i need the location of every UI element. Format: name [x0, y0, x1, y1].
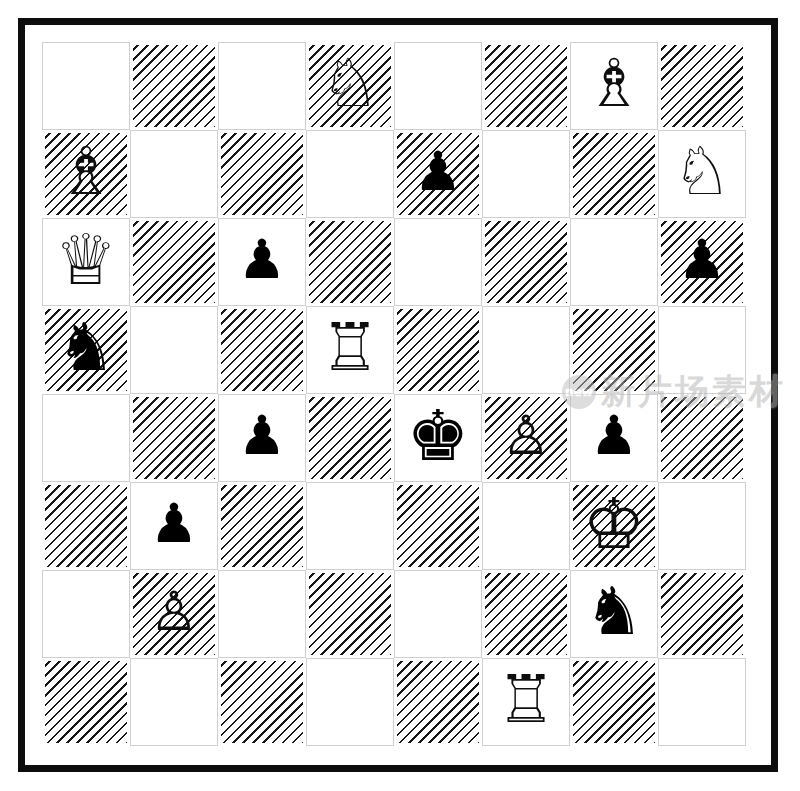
square-g4[interactable]: ♟	[570, 394, 658, 482]
square-h8[interactable]	[658, 42, 746, 130]
square-b1[interactable]	[130, 658, 218, 746]
square-b6[interactable]	[130, 218, 218, 306]
square-d3[interactable]	[306, 482, 394, 570]
square-e1[interactable]	[394, 658, 482, 746]
piece-black-king: ♚	[407, 401, 470, 471]
square-f7[interactable]	[482, 130, 570, 218]
square-f1[interactable]: ♖	[482, 658, 570, 746]
square-h1[interactable]	[658, 658, 746, 746]
chess-board: ♘♗♗♟♘♕♟♟♞♖♟♚♙♟♟♔♙♞♖	[42, 42, 746, 746]
square-e6[interactable]	[394, 218, 482, 306]
square-g6[interactable]	[570, 218, 658, 306]
piece-white-knight: ♘	[672, 139, 731, 205]
square-a6[interactable]: ♕	[42, 218, 130, 306]
square-f3[interactable]	[482, 482, 570, 570]
square-g3[interactable]: ♔	[570, 482, 658, 570]
square-h6[interactable]: ♟	[658, 218, 746, 306]
square-e5[interactable]	[394, 306, 482, 394]
piece-white-pawn: ♙	[502, 409, 550, 463]
square-g2[interactable]: ♞	[570, 570, 658, 658]
square-e2[interactable]	[394, 570, 482, 658]
square-e7[interactable]: ♟	[394, 130, 482, 218]
square-b8[interactable]	[130, 42, 218, 130]
square-c5[interactable]	[218, 306, 306, 394]
square-a4[interactable]	[42, 394, 130, 482]
piece-black-pawn: ♟	[150, 497, 198, 551]
square-h5[interactable]	[658, 306, 746, 394]
square-f5[interactable]	[482, 306, 570, 394]
piece-black-pawn: ♟	[238, 233, 286, 287]
piece-black-pawn: ♟	[590, 409, 638, 463]
piece-black-pawn: ♟	[414, 145, 462, 199]
square-f2[interactable]	[482, 570, 570, 658]
square-h2[interactable]	[658, 570, 746, 658]
square-a7[interactable]: ♗	[42, 130, 130, 218]
square-b7[interactable]	[130, 130, 218, 218]
square-a3[interactable]	[42, 482, 130, 570]
square-f8[interactable]	[482, 42, 570, 130]
piece-white-queen: ♕	[55, 225, 118, 295]
piece-white-pawn: ♙	[150, 585, 198, 639]
piece-white-rook: ♖	[496, 667, 555, 733]
square-d2[interactable]	[306, 570, 394, 658]
piece-black-pawn: ♟	[678, 233, 726, 287]
square-g5[interactable]	[570, 306, 658, 394]
square-c6[interactable]: ♟	[218, 218, 306, 306]
square-c3[interactable]	[218, 482, 306, 570]
square-c4[interactable]: ♟	[218, 394, 306, 482]
square-a2[interactable]	[42, 570, 130, 658]
square-c2[interactable]	[218, 570, 306, 658]
square-d4[interactable]	[306, 394, 394, 482]
square-e8[interactable]	[394, 42, 482, 130]
piece-white-bishop: ♗	[584, 51, 643, 117]
square-b5[interactable]	[130, 306, 218, 394]
square-c8[interactable]	[218, 42, 306, 130]
square-f4[interactable]: ♙	[482, 394, 570, 482]
piece-white-knight: ♘	[320, 51, 379, 117]
square-b4[interactable]	[130, 394, 218, 482]
square-g1[interactable]	[570, 658, 658, 746]
piece-white-king: ♔	[583, 489, 646, 559]
piece-white-rook: ♖	[320, 315, 379, 381]
square-h7[interactable]: ♘	[658, 130, 746, 218]
square-a8[interactable]	[42, 42, 130, 130]
square-b2[interactable]: ♙	[130, 570, 218, 658]
piece-black-pawn: ♟	[238, 409, 286, 463]
chess-diagram: ♘♗♗♟♘♕♟♟♞♖♟♚♙♟♟♔♙♞♖ new 新片场素材	[0, 0, 800, 791]
square-d8[interactable]: ♘	[306, 42, 394, 130]
square-d7[interactable]	[306, 130, 394, 218]
square-c7[interactable]	[218, 130, 306, 218]
square-g7[interactable]	[570, 130, 658, 218]
square-a1[interactable]	[42, 658, 130, 746]
square-b3[interactable]: ♟	[130, 482, 218, 570]
square-e4[interactable]: ♚	[394, 394, 482, 482]
square-d1[interactable]	[306, 658, 394, 746]
piece-black-knight: ♞	[584, 579, 643, 645]
square-f6[interactable]	[482, 218, 570, 306]
square-g8[interactable]: ♗	[570, 42, 658, 130]
square-d5[interactable]: ♖	[306, 306, 394, 394]
square-c1[interactable]	[218, 658, 306, 746]
square-h4[interactable]	[658, 394, 746, 482]
piece-white-bishop: ♗	[56, 139, 115, 205]
square-e3[interactable]	[394, 482, 482, 570]
piece-black-knight: ♞	[56, 315, 115, 381]
square-d6[interactable]	[306, 218, 394, 306]
square-h3[interactable]	[658, 482, 746, 570]
square-a5[interactable]: ♞	[42, 306, 130, 394]
